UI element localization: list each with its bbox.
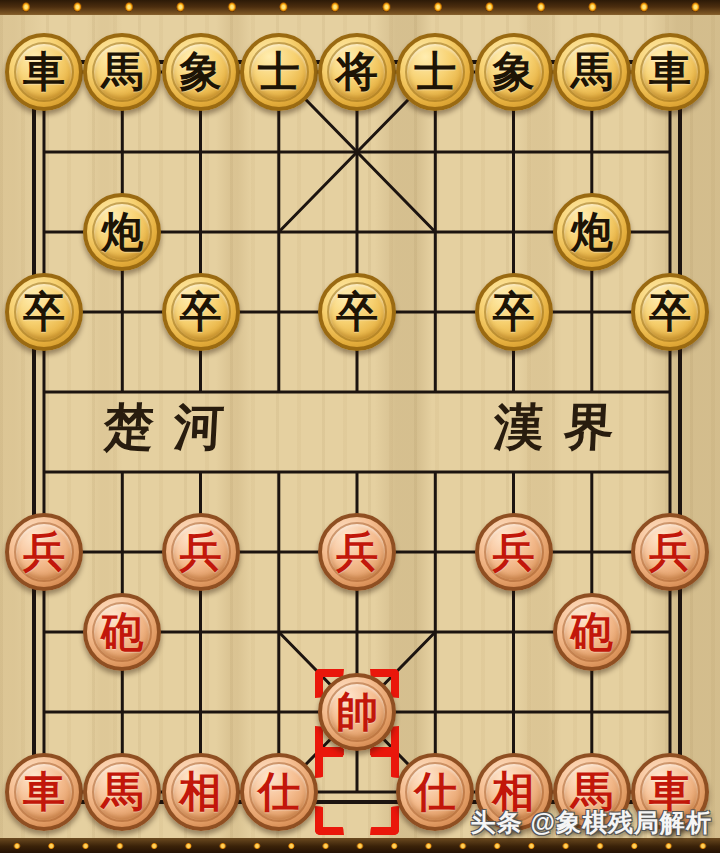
piece-bR[interactable]: 車	[5, 33, 83, 111]
board-intersection[interactable]: 馬	[553, 32, 631, 112]
piece-rK[interactable]: 帥	[318, 673, 396, 751]
piece-character: 車	[23, 771, 65, 813]
board-intersection[interactable]	[161, 112, 239, 192]
board-intersection[interactable]	[240, 352, 318, 432]
board-intersection[interactable]	[240, 192, 318, 272]
piece-bC[interactable]: 炮	[553, 193, 631, 271]
board-intersection[interactable]: 士	[240, 32, 318, 112]
piece-bR[interactable]: 車	[631, 33, 709, 111]
board-intersection[interactable]	[396, 352, 474, 432]
piece-bP[interactable]: 卒	[475, 273, 553, 351]
board-intersection[interactable]: 相	[161, 752, 239, 832]
board-intersection[interactable]	[474, 192, 552, 272]
board-intersection[interactable]: 炮	[553, 192, 631, 272]
board-intersection[interactable]: 卒	[631, 272, 709, 352]
piece-character: 帥	[336, 691, 378, 733]
board-intersection[interactable]	[396, 672, 474, 752]
board-intersection[interactable]	[240, 272, 318, 352]
board-intersection[interactable]	[553, 352, 631, 432]
board-intersection[interactable]: 砲	[553, 592, 631, 672]
board-intersection[interactable]	[396, 592, 474, 672]
board-intersection[interactable]	[553, 272, 631, 352]
board-intersection[interactable]	[161, 352, 239, 432]
piece-rA[interactable]: 仕	[396, 753, 474, 831]
piece-character: 相	[180, 771, 222, 813]
board-intersection[interactable]	[83, 272, 161, 352]
board-intersection[interactable]	[240, 592, 318, 672]
board-intersection[interactable]: 兵	[474, 512, 552, 592]
board-intersection[interactable]: 帥	[318, 672, 396, 752]
piece-rP[interactable]: 兵	[631, 513, 709, 591]
board-intersection[interactable]	[553, 672, 631, 752]
piece-character: 炮	[101, 211, 143, 253]
piece-character: 兵	[493, 531, 535, 573]
piece-rC[interactable]: 砲	[553, 593, 631, 671]
board-intersection[interactable]	[553, 112, 631, 192]
board-intersection[interactable]	[318, 752, 396, 832]
board-intersection[interactable]	[396, 192, 474, 272]
board-intersection[interactable]: 象	[474, 32, 552, 112]
piece-character: 兵	[180, 531, 222, 573]
board-intersection[interactable]	[474, 672, 552, 752]
top-nailed-rail	[0, 0, 720, 15]
watermark-text: 头条 @象棋残局解析	[471, 806, 712, 839]
board-intersection[interactable]	[5, 592, 83, 672]
piece-character: 砲	[571, 611, 613, 653]
piece-character: 兵	[649, 531, 691, 573]
board-intersection[interactable]	[83, 112, 161, 192]
piece-rB[interactable]: 相	[162, 753, 240, 831]
piece-bA[interactable]: 士	[240, 33, 318, 111]
board-intersection[interactable]	[240, 432, 318, 512]
board-intersection[interactable]: 砲	[83, 592, 161, 672]
board-intersection[interactable]	[631, 432, 709, 512]
board-intersection[interactable]	[396, 512, 474, 592]
piece-character: 仕	[414, 771, 456, 813]
board-intersection[interactable]	[631, 672, 709, 752]
pieces-grid: 車馬象士将士象馬車炮炮卒卒卒卒卒兵兵兵兵兵砲砲帥車馬相仕仕相馬車	[5, 32, 709, 832]
xiangqi-board: 楚河 漢界 車馬象士将士象馬車炮炮卒卒卒卒卒兵兵兵兵兵砲砲帥車馬相仕仕相馬車 头…	[0, 0, 720, 853]
piece-bP[interactable]: 卒	[5, 273, 83, 351]
piece-character: 馬	[101, 771, 143, 813]
board-intersection[interactable]	[396, 112, 474, 192]
board-intersection[interactable]	[5, 672, 83, 752]
piece-bC[interactable]: 炮	[83, 193, 161, 271]
board-intersection[interactable]: 将	[318, 32, 396, 112]
board-intersection[interactable]	[396, 272, 474, 352]
board-intersection[interactable]: 卒	[5, 272, 83, 352]
board-intersection[interactable]	[474, 592, 552, 672]
bottom-nailed-rail	[0, 838, 720, 853]
board-intersection[interactable]	[5, 352, 83, 432]
piece-character: 仕	[258, 771, 300, 813]
board-intersection[interactable]	[631, 192, 709, 272]
board-intersection[interactable]	[474, 432, 552, 512]
piece-character: 馬	[571, 51, 613, 93]
board-intersection[interactable]	[553, 512, 631, 592]
board-intersection[interactable]: 卒	[318, 272, 396, 352]
board-intersection[interactable]	[240, 672, 318, 752]
piece-character: 馬	[101, 51, 143, 93]
piece-character: 兵	[336, 531, 378, 573]
piece-character: 卒	[23, 291, 65, 333]
board-intersection[interactable]	[5, 432, 83, 512]
piece-rC[interactable]: 砲	[83, 593, 161, 671]
piece-rP[interactable]: 兵	[318, 513, 396, 591]
board-intersection[interactable]	[318, 352, 396, 432]
piece-rP[interactable]: 兵	[162, 513, 240, 591]
board-intersection[interactable]: 仕	[396, 752, 474, 832]
board-intersection[interactable]	[631, 112, 709, 192]
move-highlight-marker	[315, 749, 399, 835]
piece-character: 砲	[101, 611, 143, 653]
board-intersection[interactable]	[474, 352, 552, 432]
board-intersection[interactable]	[5, 112, 83, 192]
board-intersection[interactable]	[318, 112, 396, 192]
piece-character: 炮	[571, 211, 613, 253]
piece-bN[interactable]: 馬	[553, 33, 631, 111]
piece-bN[interactable]: 馬	[83, 33, 161, 111]
board-intersection[interactable]: 馬	[83, 752, 161, 832]
board-intersection[interactable]	[83, 432, 161, 512]
piece-rA[interactable]: 仕	[240, 753, 318, 831]
board-intersection[interactable]	[631, 592, 709, 672]
piece-bP[interactable]: 卒	[318, 273, 396, 351]
board-intersection[interactable]	[396, 432, 474, 512]
piece-character: 車	[649, 51, 691, 93]
board-intersection[interactable]: 馬	[83, 32, 161, 112]
board-intersection[interactable]	[240, 512, 318, 592]
piece-character: 象	[180, 51, 222, 93]
board-intersection[interactable]: 車	[5, 752, 83, 832]
board-intersection[interactable]	[631, 352, 709, 432]
board-intersection[interactable]	[161, 432, 239, 512]
board-intersection[interactable]: 士	[396, 32, 474, 112]
board-intersection[interactable]: 車	[631, 32, 709, 112]
board-intersection[interactable]: 象	[161, 32, 239, 112]
board-intersection[interactable]	[318, 592, 396, 672]
marker-corner	[315, 749, 344, 778]
board-intersection[interactable]	[83, 512, 161, 592]
piece-rN[interactable]: 馬	[83, 753, 161, 831]
board-intersection[interactable]: 卒	[474, 272, 552, 352]
piece-character: 卒	[649, 291, 691, 333]
board-intersection[interactable]	[553, 432, 631, 512]
board-intersection[interactable]	[318, 432, 396, 512]
marker-corner	[315, 806, 344, 835]
piece-bP[interactable]: 卒	[631, 273, 709, 351]
board-intersection[interactable]: 兵	[318, 512, 396, 592]
marker-corner	[370, 749, 399, 778]
board-intersection[interactable]	[474, 112, 552, 192]
board-intersection[interactable]	[161, 592, 239, 672]
board-intersection[interactable]: 兵	[631, 512, 709, 592]
piece-rR[interactable]: 車	[5, 753, 83, 831]
piece-rP[interactable]: 兵	[5, 513, 83, 591]
piece-bB[interactable]: 象	[162, 33, 240, 111]
board-intersection[interactable]: 兵	[5, 512, 83, 592]
board-intersection[interactable]	[83, 352, 161, 432]
board-intersection[interactable]	[83, 672, 161, 752]
board-intersection[interactable]	[318, 192, 396, 272]
board-intersection[interactable]: 車	[5, 32, 83, 112]
piece-bB[interactable]: 象	[475, 33, 553, 111]
board-intersection[interactable]	[5, 192, 83, 272]
piece-character: 車	[23, 51, 65, 93]
piece-character: 士	[258, 51, 300, 93]
piece-character: 象	[493, 51, 535, 93]
board-intersection[interactable]	[240, 112, 318, 192]
piece-bP[interactable]: 卒	[162, 273, 240, 351]
board-intersection[interactable]	[161, 192, 239, 272]
piece-character: 士	[414, 51, 456, 93]
piece-character: 将	[336, 51, 378, 93]
board-intersection[interactable]: 炮	[83, 192, 161, 272]
board-intersection[interactable]: 卒	[161, 272, 239, 352]
piece-character: 兵	[23, 531, 65, 573]
marker-corner	[370, 806, 399, 835]
board-intersection[interactable]	[161, 672, 239, 752]
board-intersection[interactable]: 兵	[161, 512, 239, 592]
piece-character: 卒	[180, 291, 222, 333]
piece-character: 卒	[336, 291, 378, 333]
piece-character: 卒	[493, 291, 535, 333]
piece-bA[interactable]: 士	[396, 33, 474, 111]
piece-bK[interactable]: 将	[318, 33, 396, 111]
piece-rP[interactable]: 兵	[475, 513, 553, 591]
board-intersection[interactable]: 仕	[240, 752, 318, 832]
